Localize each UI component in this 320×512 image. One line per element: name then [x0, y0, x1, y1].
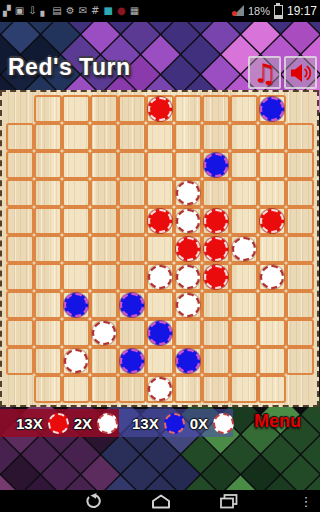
- board-cell[interactable]: [202, 123, 230, 151]
- board-cell[interactable]: [146, 347, 174, 375]
- board-cell[interactable]: [6, 235, 34, 263]
- back-button[interactable]: [80, 490, 106, 512]
- sound-toggle-button[interactable]: [284, 56, 317, 89]
- board-cell[interactable]: [286, 235, 314, 263]
- record-icon: ●: [117, 6, 126, 16]
- signal-icon: [232, 5, 244, 17]
- title-bar: Red's Turn ♫: [0, 22, 320, 90]
- blue-piece: [64, 293, 88, 317]
- board-cell[interactable]: [90, 179, 118, 207]
- music-note-icon: ♫: [253, 60, 276, 86]
- board-cell[interactable]: [62, 263, 90, 291]
- board-cell[interactable]: [202, 207, 230, 235]
- blue-piece: [176, 349, 200, 373]
- board-cell[interactable]: [202, 375, 230, 403]
- red-player-tray: 13X 2X: [0, 409, 119, 437]
- board-cell[interactable]: [146, 263, 174, 291]
- board-cell[interactable]: [202, 319, 230, 347]
- board-cell[interactable]: [62, 123, 90, 151]
- board-cell[interactable]: [118, 207, 146, 235]
- board-cell[interactable]: [230, 375, 258, 403]
- board-cell[interactable]: [174, 263, 202, 291]
- red-blocker-count: 2X: [74, 415, 92, 432]
- red-piece: [204, 209, 228, 233]
- board-cell[interactable]: [62, 319, 90, 347]
- menu-button[interactable]: Menu: [254, 411, 301, 432]
- red-piece: [176, 237, 200, 261]
- usb-icon: ▖: [41, 6, 49, 16]
- board-cell[interactable]: [230, 319, 258, 347]
- board-cell[interactable]: [146, 235, 174, 263]
- board-cell[interactable]: [174, 95, 202, 123]
- battery-icon: [274, 5, 283, 19]
- blue-piece: [120, 349, 144, 373]
- board-cell[interactable]: [34, 123, 62, 151]
- board-cell[interactable]: [286, 207, 314, 235]
- board-cell[interactable]: [6, 123, 34, 151]
- board-cell[interactable]: [230, 179, 258, 207]
- blue-piece-icon: [164, 413, 185, 434]
- board-cell[interactable]: [230, 347, 258, 375]
- board-cell[interactable]: [62, 95, 90, 123]
- red-piece: [204, 237, 228, 261]
- board-cell[interactable]: [258, 347, 286, 375]
- board-cell[interactable]: [118, 291, 146, 319]
- email-icon: ✉: [79, 6, 87, 16]
- home-icon: [151, 494, 171, 509]
- board-cell[interactable]: [90, 291, 118, 319]
- board-cell[interactable]: [258, 375, 286, 403]
- blue-piece: [204, 153, 228, 177]
- board-cell[interactable]: [258, 319, 286, 347]
- board-cell[interactable]: [286, 291, 314, 319]
- camera-icon: ▦: [130, 6, 139, 16]
- red-piece: [148, 97, 172, 121]
- board-cell[interactable]: [286, 151, 314, 179]
- board-cell[interactable]: [62, 235, 90, 263]
- board-cell[interactable]: [6, 319, 34, 347]
- board-cell[interactable]: [6, 207, 34, 235]
- board-cell[interactable]: [90, 375, 118, 403]
- board-cell[interactable]: [258, 151, 286, 179]
- board-cell[interactable]: [146, 123, 174, 151]
- overflow-menu-icon[interactable]: ⋮: [298, 490, 314, 512]
- white-piece: [64, 349, 88, 373]
- white-piece-icon: [97, 413, 118, 434]
- board-cell[interactable]: [146, 319, 174, 347]
- settings-icon: ⚙: [66, 6, 75, 16]
- board-cell[interactable]: [118, 235, 146, 263]
- navigation-bar: ⋮: [0, 490, 320, 512]
- board-cell[interactable]: [258, 235, 286, 263]
- board-cell[interactable]: [34, 151, 62, 179]
- turn-indicator: Red's Turn: [8, 54, 131, 81]
- board-cell[interactable]: [202, 347, 230, 375]
- board-cell[interactable]: [118, 263, 146, 291]
- board-cell[interactable]: [90, 151, 118, 179]
- status-bar: ▞▣⇩▖▤⚙✉#■●▦ 18% 19:17: [0, 0, 320, 22]
- back-icon: [83, 493, 103, 509]
- board-cell[interactable]: [90, 123, 118, 151]
- board-cell[interactable]: [62, 179, 90, 207]
- board-cell[interactable]: [174, 319, 202, 347]
- board-cell[interactable]: [118, 319, 146, 347]
- board-cell[interactable]: [230, 235, 258, 263]
- board-cell[interactable]: [174, 235, 202, 263]
- board-cell[interactable]: [230, 95, 258, 123]
- game-board: [0, 90, 319, 407]
- blue-piece: [120, 293, 144, 317]
- white-piece: [232, 237, 256, 261]
- board-cell[interactable]: [146, 207, 174, 235]
- board-cell[interactable]: [146, 151, 174, 179]
- white-piece: [176, 181, 200, 205]
- board-cell[interactable]: [174, 347, 202, 375]
- blue-piece: [260, 97, 284, 121]
- red-piece-count: 13X: [16, 415, 43, 432]
- board-cell[interactable]: [286, 179, 314, 207]
- music-toggle-button[interactable]: ♫: [248, 56, 281, 89]
- white-piece-icon: [213, 413, 234, 434]
- white-piece: [176, 265, 200, 289]
- board-cell[interactable]: [6, 263, 34, 291]
- board-cell[interactable]: [174, 151, 202, 179]
- sdcard-icon: ▣: [15, 6, 24, 16]
- board-cell[interactable]: [258, 207, 286, 235]
- board-cell[interactable]: [90, 95, 118, 123]
- board-cell[interactable]: [90, 319, 118, 347]
- white-piece: [260, 265, 284, 289]
- white-piece: [148, 265, 172, 289]
- board-cell[interactable]: [62, 291, 90, 319]
- recents-button[interactable]: [216, 490, 242, 512]
- blue-player-tray: 13X 0X: [119, 409, 233, 437]
- red-piece: [148, 209, 172, 233]
- board-cell[interactable]: [202, 291, 230, 319]
- board-cell[interactable]: [230, 291, 258, 319]
- board-cell[interactable]: [174, 207, 202, 235]
- board-cell[interactable]: [118, 375, 146, 403]
- board-cell[interactable]: [34, 95, 62, 123]
- board-cell[interactable]: [202, 179, 230, 207]
- white-piece: [92, 321, 116, 345]
- board-cell[interactable]: [62, 151, 90, 179]
- red-piece: [204, 265, 228, 289]
- board-cell[interactable]: [118, 123, 146, 151]
- board-cell[interactable]: [230, 207, 258, 235]
- board-cell[interactable]: [286, 347, 314, 375]
- app-teal-icon: ■: [103, 6, 112, 16]
- board-cell[interactable]: [258, 95, 286, 123]
- board-cell[interactable]: [146, 375, 174, 403]
- board-cell[interactable]: [34, 291, 62, 319]
- board-cell[interactable]: [258, 291, 286, 319]
- status-clock: 19:17: [287, 4, 317, 18]
- board-cell[interactable]: [34, 347, 62, 375]
- app-screen: ▞▣⇩▖▤⚙✉#■●▦ 18% 19:17 Red's Turn ♫: [0, 0, 320, 512]
- notification-icons: ▞▣⇩▖▤⚙✉#■●▦: [3, 6, 139, 16]
- board-cell[interactable]: [146, 95, 174, 123]
- board-cell[interactable]: [118, 95, 146, 123]
- board-cell[interactable]: [90, 235, 118, 263]
- board-cell[interactable]: [174, 375, 202, 403]
- blue-piece-count: 13X: [132, 415, 159, 432]
- board-cell[interactable]: [62, 375, 90, 403]
- board-cell[interactable]: [174, 179, 202, 207]
- board-cell[interactable]: [202, 235, 230, 263]
- board-cell[interactable]: [202, 95, 230, 123]
- board-cell[interactable]: [118, 179, 146, 207]
- hash-icon: #: [91, 6, 99, 16]
- board-cell[interactable]: [146, 291, 174, 319]
- board-cell[interactable]: [34, 207, 62, 235]
- vibrate-icon: ▞: [3, 6, 11, 16]
- board-cell[interactable]: [230, 151, 258, 179]
- board-cell[interactable]: [62, 207, 90, 235]
- red-piece-icon: [48, 413, 69, 434]
- board-cell[interactable]: [34, 319, 62, 347]
- board-cell[interactable]: [6, 179, 34, 207]
- board-cell[interactable]: [286, 263, 314, 291]
- blue-piece: [148, 321, 172, 345]
- white-piece: [176, 209, 200, 233]
- storage-icon: ▤: [52, 6, 61, 16]
- board-cell[interactable]: [230, 263, 258, 291]
- board-cell[interactable]: [6, 347, 34, 375]
- board-cell[interactable]: [146, 179, 174, 207]
- speaker-icon: [289, 61, 313, 85]
- board-cell[interactable]: [118, 347, 146, 375]
- board-cell[interactable]: [286, 319, 314, 347]
- board-cell[interactable]: [90, 347, 118, 375]
- counter-bar: 13X 2X 13X 0X Menu: [0, 409, 320, 437]
- white-piece: [148, 377, 172, 401]
- board-cell[interactable]: [286, 123, 314, 151]
- board-cell[interactable]: [258, 263, 286, 291]
- white-piece: [176, 293, 200, 317]
- board-cell[interactable]: [258, 123, 286, 151]
- board-cell[interactable]: [6, 151, 34, 179]
- recents-icon: [220, 494, 238, 509]
- board-cell[interactable]: [230, 123, 258, 151]
- board-cell[interactable]: [90, 207, 118, 235]
- board-cell[interactable]: [118, 151, 146, 179]
- red-piece: [260, 209, 284, 233]
- board-cell[interactable]: [34, 235, 62, 263]
- download-icon: ⇩: [28, 6, 36, 16]
- battery-percent: 18%: [248, 5, 270, 17]
- board-cell[interactable]: [174, 123, 202, 151]
- board-cell[interactable]: [34, 263, 62, 291]
- board-cell[interactable]: [34, 375, 62, 403]
- board-cell[interactable]: [258, 179, 286, 207]
- board-cell[interactable]: [174, 291, 202, 319]
- board-cell[interactable]: [34, 179, 62, 207]
- blue-blocker-count: 0X: [190, 415, 208, 432]
- board-grid: [6, 95, 314, 403]
- board-cell[interactable]: [6, 291, 34, 319]
- home-button[interactable]: [148, 490, 174, 512]
- board-cell[interactable]: [202, 263, 230, 291]
- board-cell[interactable]: [202, 151, 230, 179]
- board-cell[interactable]: [62, 347, 90, 375]
- board-cell[interactable]: [90, 263, 118, 291]
